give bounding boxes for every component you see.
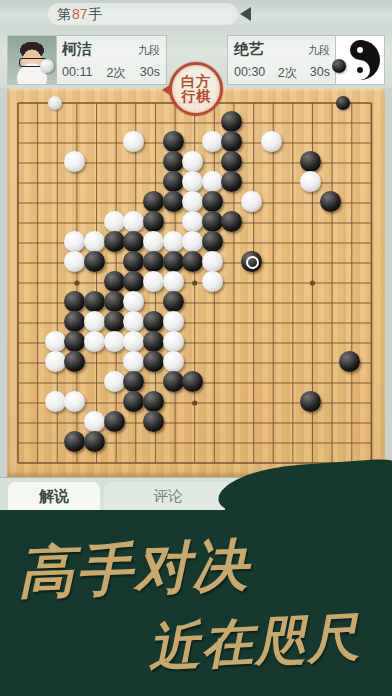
stone-white — [123, 311, 144, 332]
stone-white — [182, 171, 203, 192]
stone-white — [64, 151, 85, 172]
stone-black — [163, 171, 184, 192]
player-card-white: 柯洁 九段 00:11 2次 30s — [8, 36, 166, 84]
stone-black — [84, 291, 105, 312]
move-counter-prefix: 第 — [57, 7, 71, 21]
stone-white — [104, 211, 125, 232]
player-rank-black: 九段 — [308, 43, 330, 58]
tab-commentary[interactable]: 解说 — [8, 482, 100, 511]
stone-black — [163, 131, 184, 152]
player-card-black: 绝艺 九段 00:30 2次 30s — [228, 36, 384, 84]
stone-white — [123, 331, 144, 352]
stone-white — [45, 391, 66, 412]
black-stone-icon — [332, 59, 346, 73]
stone-white — [64, 391, 85, 412]
stone-black — [163, 151, 184, 172]
stone-black — [123, 231, 144, 252]
stone-black — [163, 291, 184, 312]
stone-white — [163, 311, 184, 332]
stone-white — [182, 231, 203, 252]
stone-black — [163, 191, 184, 212]
stone-black — [221, 151, 242, 172]
turn-seal-line1: 白方 — [181, 74, 211, 89]
player-periods-black: 2次 — [278, 65, 297, 82]
banner-text-line2: 近在咫尺 — [146, 603, 361, 684]
stone-white — [202, 171, 223, 192]
stone-white — [182, 191, 203, 212]
stone-white — [84, 231, 105, 252]
stone-black — [84, 251, 105, 272]
stone-white — [104, 371, 125, 392]
stone-black — [104, 231, 125, 252]
stone-white — [123, 211, 144, 232]
board-grid[interactable] — [16, 101, 370, 462]
stone-white — [123, 291, 144, 312]
stone-black — [64, 431, 85, 452]
tab-comments[interactable]: 评论 — [104, 482, 232, 511]
stone-black — [84, 431, 105, 452]
player-periods-white: 2次 — [106, 65, 125, 82]
stone-white — [202, 271, 223, 292]
player-period-length-black: 30s — [310, 65, 330, 82]
stone-white — [241, 191, 262, 212]
white-stone-icon — [40, 59, 54, 73]
last-move-marker — [246, 256, 259, 269]
stone-black — [300, 151, 321, 172]
stone-white — [202, 251, 223, 272]
stone-black — [104, 291, 125, 312]
stone-black — [221, 111, 242, 132]
top-bar: 第 87 手 — [0, 0, 392, 28]
stone-black — [64, 331, 85, 352]
stone-white — [202, 131, 223, 152]
player-clock-white: 00:11 — [62, 65, 92, 82]
stone-black — [104, 311, 125, 332]
turn-seal-pointer — [162, 84, 171, 96]
stone-white — [45, 331, 66, 352]
stone-black — [64, 311, 85, 332]
stone-white — [64, 231, 85, 252]
stone-black — [143, 191, 164, 212]
stone-white — [163, 231, 184, 252]
stone-white — [123, 131, 144, 152]
turn-seal: 白方 行棋 — [169, 62, 223, 116]
stone-black — [221, 211, 242, 232]
player-name-black: 绝艺 — [234, 40, 264, 59]
stone-black — [123, 391, 144, 412]
stone-white — [163, 331, 184, 352]
turn-seal-line2: 行棋 — [181, 89, 211, 104]
stone-black — [123, 371, 144, 392]
stone-black — [64, 351, 85, 372]
player-clock-black: 00:30 — [234, 65, 265, 82]
stone-black — [202, 231, 223, 252]
stone-white — [143, 231, 164, 252]
black-stone-icon — [336, 96, 350, 110]
stone-white — [45, 351, 66, 372]
stone-white — [300, 171, 321, 192]
stone-white — [84, 311, 105, 332]
player-period-length-white: 30s — [140, 65, 160, 82]
stone-black — [143, 411, 164, 432]
stone-black — [163, 371, 184, 392]
stone-white — [64, 251, 85, 272]
collapse-arrow-icon[interactable] — [240, 7, 251, 21]
stone-white — [84, 331, 105, 352]
move-counter: 第 87 手 — [48, 3, 238, 25]
stone-black — [241, 251, 262, 272]
move-counter-number: 87 — [71, 7, 89, 21]
stone-white — [182, 151, 203, 172]
stone-black — [202, 191, 223, 212]
white-stone-icon — [48, 96, 62, 110]
stone-white — [104, 331, 125, 352]
stone-black — [104, 411, 125, 432]
app-screen: 第 87 手 柯洁 九段 00:11 2次 30s 白方 — [0, 0, 392, 696]
stone-white — [143, 271, 164, 292]
stone-black — [143, 251, 164, 272]
stone-white — [163, 271, 184, 292]
stone-black — [64, 291, 85, 312]
stone-black — [182, 371, 203, 392]
go-board — [0, 88, 392, 477]
stone-black — [300, 391, 321, 412]
player-rank-white: 九段 — [138, 43, 160, 58]
stone-black — [104, 271, 125, 292]
stone-white — [84, 411, 105, 432]
stone-white — [163, 351, 184, 372]
stone-black — [123, 251, 144, 272]
player-name-white: 柯洁 — [62, 40, 92, 59]
stone-black — [143, 391, 164, 412]
stone-black — [143, 331, 164, 352]
stone-black — [123, 271, 144, 292]
stone-black — [202, 211, 223, 232]
stone-black — [182, 251, 203, 272]
stone-black — [221, 171, 242, 192]
stone-white — [123, 351, 144, 372]
stone-black — [221, 131, 242, 152]
stone-white — [261, 131, 282, 152]
stone-white — [182, 211, 203, 232]
stone-black — [143, 351, 164, 372]
player-bar: 柯洁 九段 00:11 2次 30s 白方 行棋 绝艺 九段 — [0, 28, 392, 88]
stone-black — [320, 191, 341, 212]
banner-text-line1: 高手对决 — [17, 528, 252, 612]
stone-black — [143, 211, 164, 232]
move-counter-suffix: 手 — [89, 7, 103, 21]
stone-black — [339, 351, 360, 372]
stone-black — [143, 311, 164, 332]
stone-black — [163, 251, 184, 272]
